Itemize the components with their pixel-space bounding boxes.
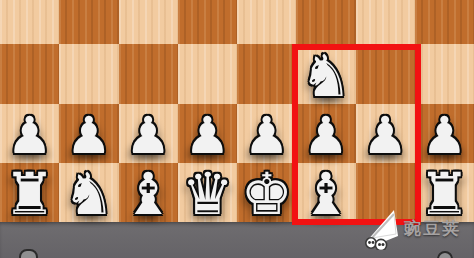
square-b1[interactable]: ♞ <box>59 163 118 222</box>
watermark: 豌豆荚 <box>364 208 461 250</box>
watermark-text: 豌豆荚 <box>404 217 461 240</box>
square-e4[interactable] <box>237 0 296 44</box>
white-pawn-d2[interactable]: ♟ <box>185 107 231 161</box>
square-d2[interactable]: ♟ <box>178 104 237 163</box>
white-bishop-f1[interactable]: ♝ <box>300 162 352 223</box>
square-e2[interactable]: ♟ <box>237 104 296 163</box>
square-a1[interactable]: ♜ <box>0 163 59 222</box>
white-rook-a1[interactable]: ♜ <box>4 162 56 223</box>
white-knight-f3[interactable]: ♞ <box>300 44 352 105</box>
white-pawn-b2[interactable]: ♟ <box>66 107 112 161</box>
white-pawn-f2[interactable]: ♟ <box>303 107 349 161</box>
square-b3[interactable] <box>59 44 118 104</box>
square-c2[interactable]: ♟ <box>119 104 178 163</box>
square-d3[interactable] <box>178 44 237 104</box>
wandoujia-logo-icon <box>364 208 402 250</box>
white-queen-d1[interactable]: ♛ <box>181 162 233 223</box>
square-b2[interactable]: ♟ <box>59 104 118 163</box>
white-bishop-c1[interactable]: ♝ <box>122 162 174 223</box>
white-pawn-g2[interactable]: ♟ <box>362 107 408 161</box>
square-c4[interactable] <box>119 0 178 44</box>
square-f4[interactable] <box>296 0 355 44</box>
square-g2[interactable]: ♟ <box>356 104 415 163</box>
square-e3[interactable] <box>237 44 296 104</box>
square-a2[interactable]: ♟ <box>0 104 59 163</box>
square-f1[interactable]: ♝ <box>296 163 355 222</box>
chess-app-screen: ♞♟♟♟♟♟♟♟♟♜♞♝♛♚♝♜ 豌豆荚 <box>0 0 474 258</box>
white-pawn-h2[interactable]: ♟ <box>422 107 468 161</box>
square-c1[interactable]: ♝ <box>119 163 178 222</box>
captured-piece-partial-left <box>19 249 38 258</box>
square-d1[interactable]: ♛ <box>178 163 237 222</box>
white-pawn-e2[interactable]: ♟ <box>244 107 290 161</box>
square-b4[interactable] <box>59 0 118 44</box>
white-pawn-c2[interactable]: ♟ <box>125 107 171 161</box>
white-knight-b1[interactable]: ♞ <box>63 162 115 223</box>
square-g4[interactable] <box>356 0 415 44</box>
white-pawn-a2[interactable]: ♟ <box>7 107 53 161</box>
square-f2[interactable]: ♟ <box>296 104 355 163</box>
square-a3[interactable] <box>0 44 59 104</box>
chess-board: ♞♟♟♟♟♟♟♟♟♜♞♝♛♚♝♜ <box>0 0 474 222</box>
square-c3[interactable] <box>119 44 178 104</box>
square-h3[interactable] <box>415 44 474 104</box>
square-h2[interactable]: ♟ <box>415 104 474 163</box>
square-a4[interactable] <box>0 0 59 44</box>
square-d4[interactable] <box>178 0 237 44</box>
square-e1[interactable]: ♚ <box>237 163 296 222</box>
square-g3[interactable] <box>356 44 415 104</box>
square-f3[interactable]: ♞ <box>296 44 355 104</box>
square-h4[interactable] <box>415 0 474 44</box>
white-king-e1[interactable]: ♚ <box>241 162 293 223</box>
